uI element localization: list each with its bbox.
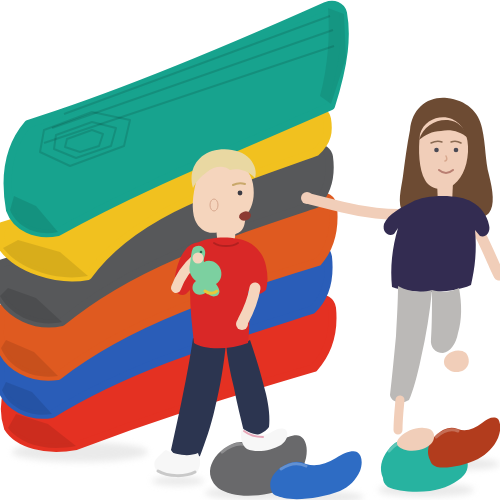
girl-left-hand (301, 192, 313, 204)
boy-left-hand (236, 318, 248, 330)
boy-foot-shadow (152, 476, 204, 486)
girl-right-shin (398, 400, 400, 430)
boy-right-hand (193, 253, 204, 264)
girl-left-eye (434, 148, 439, 153)
product-photo (0, 0, 500, 500)
toy-dinosaur-eye (200, 251, 203, 254)
girl-right-eye (454, 148, 459, 153)
boy-ear (210, 199, 218, 211)
product-photo-canvas (0, 0, 500, 500)
boy-eye (238, 191, 243, 196)
